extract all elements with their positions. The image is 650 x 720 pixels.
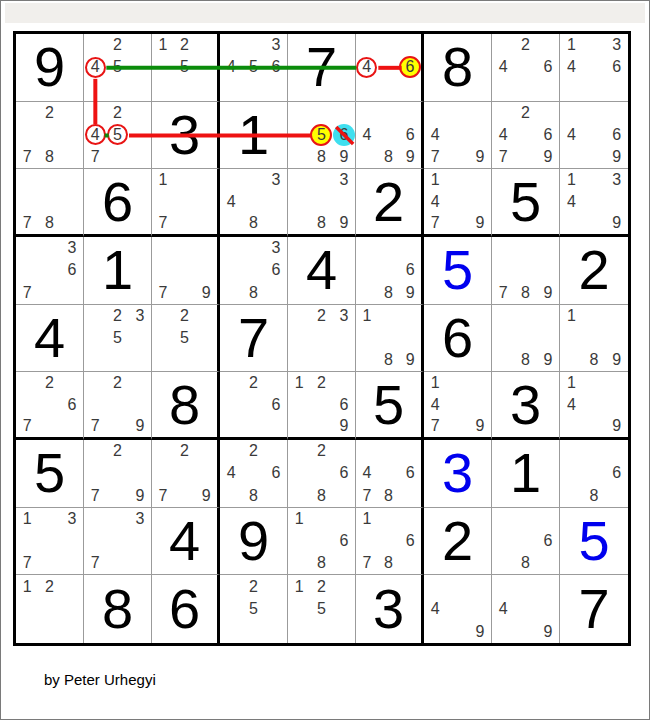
cell-r4c7[interactable]: 5: [424, 237, 492, 305]
candidate-7: [220, 484, 242, 506]
candidate-9: 9: [605, 415, 628, 437]
cell-r9c8[interactable]: 49: [492, 575, 560, 643]
candidate-6: [61, 124, 83, 146]
cell-r5c4[interactable]: 7: [220, 305, 288, 373]
candidate-4: [16, 124, 38, 146]
cell-r5c5[interactable]: 23: [288, 305, 356, 373]
cell-r7c5[interactable]: 268: [288, 440, 356, 508]
candidate-2: [583, 102, 606, 124]
candidate-1: [220, 34, 242, 56]
candidate-3: [537, 102, 559, 124]
candidate-3: 3: [129, 508, 151, 530]
cell-r9c4[interactable]: 25: [220, 575, 288, 643]
candidate-8: 8: [378, 484, 400, 506]
candidate-2: [38, 169, 60, 191]
cell-r7c1[interactable]: 5: [16, 440, 84, 508]
candidate-4: [356, 327, 378, 349]
candidate-6: 6: [399, 124, 421, 146]
candidate-7: 7: [16, 415, 38, 437]
candidate-2: 2: [106, 440, 128, 462]
candidate-5: 5: [107, 124, 128, 145]
cell-r2c6[interactable]: 4689: [356, 102, 424, 170]
candidate-3: [537, 237, 559, 259]
candidate-8: [242, 415, 264, 437]
solver-digit: 5: [560, 508, 628, 575]
pencil-marks: 1349: [560, 169, 628, 234]
candidate-2: [242, 34, 264, 56]
candidate-6: [129, 394, 151, 416]
cell-r2c5[interactable]: 5689: [288, 102, 356, 170]
candidate-8: 8: [38, 146, 60, 168]
candidate-7: [356, 146, 378, 168]
candidate-5: [583, 327, 606, 349]
candidate-9: [333, 484, 355, 506]
candidate-9: 9: [195, 281, 217, 303]
given-digit: 6: [424, 305, 491, 372]
candidate-2: 2: [514, 34, 536, 56]
candidate-2: [106, 508, 128, 530]
candidate-6: [195, 327, 217, 349]
candidate-1: [492, 34, 514, 56]
cell-r3c9[interactable]: 1349: [560, 169, 628, 237]
candidate-9: 9: [537, 349, 559, 371]
cell-r1c2[interactable]: 245: [84, 34, 152, 102]
candidate-1: [288, 102, 310, 124]
candidate-9: 9: [333, 212, 355, 234]
candidate-3: [605, 102, 628, 124]
candidate-6: [333, 327, 355, 349]
cell-r8c6[interactable]: 1678: [356, 508, 424, 576]
cell-r6c8[interactable]: 3: [492, 372, 560, 440]
pencil-marks: 268: [288, 440, 355, 507]
candidate-5: 5: [242, 598, 264, 621]
candidate-7: 7: [356, 552, 378, 574]
candidate-1: [560, 102, 583, 124]
cell-r3c2[interactable]: 6: [84, 169, 152, 237]
candidate-7: [492, 78, 514, 100]
candidate-2: [583, 372, 606, 394]
candidate-5: [583, 394, 606, 416]
candidate-6: [129, 530, 151, 552]
candidate-9: [265, 78, 287, 100]
given-digit: 9: [16, 34, 83, 101]
candidate-6: [469, 124, 491, 146]
candidate-9: 9: [469, 146, 491, 168]
given-digit: 2: [424, 508, 491, 575]
candidate-1: [356, 440, 378, 462]
candidate-3: 3: [129, 305, 151, 327]
candidate-7: [288, 146, 310, 168]
cell-r1c7[interactable]: 8: [424, 34, 492, 102]
candidate-8: [106, 349, 128, 371]
candidate-1: [84, 508, 106, 530]
candidate-2: [310, 169, 332, 191]
cell-r4c4[interactable]: 368: [220, 237, 288, 305]
sudoku-board: 9245125345674682461346278245731568946894…: [13, 31, 631, 646]
candidate-9: [265, 212, 287, 234]
candidate-7: [220, 212, 242, 234]
candidate-3: [469, 169, 491, 191]
candidate-7: [84, 78, 106, 100]
candidate-6: [129, 56, 151, 78]
cell-r1c8[interactable]: 246: [492, 34, 560, 102]
cell-r2c2[interactable]: 2457: [84, 102, 152, 170]
cell-r1c3[interactable]: 125: [152, 34, 220, 102]
cell-r6c9[interactable]: 149: [560, 372, 628, 440]
candidate-8: [514, 78, 536, 100]
candidate-4: 4: [220, 462, 242, 484]
candidate-2: 2: [242, 372, 264, 394]
candidate-8: [583, 212, 606, 234]
candidate-5: [583, 124, 606, 146]
candidate-4: [152, 56, 174, 78]
cell-r7c3[interactable]: 279: [152, 440, 220, 508]
cell-r3c8[interactable]: 5: [492, 169, 560, 237]
candidate-7: [220, 415, 242, 437]
candidate-3: [265, 440, 287, 462]
cell-r1c6[interactable]: 46: [356, 34, 424, 102]
cell-r5c2[interactable]: 235: [84, 305, 152, 373]
candidate-8: 8: [38, 212, 60, 234]
solver-digit: 3: [424, 440, 491, 507]
cell-r2c9[interactable]: 469: [560, 102, 628, 170]
pencil-marks: 479: [424, 102, 491, 169]
candidate-6: 6: [399, 530, 421, 552]
cell-r5c7[interactable]: 6: [424, 305, 492, 373]
candidate-3: [61, 575, 83, 598]
candidate-7: 7: [152, 212, 174, 234]
pencil-marks: 125: [152, 34, 217, 101]
candidate-5: [38, 191, 60, 213]
candidate-7: [152, 349, 174, 371]
candidate-9: 9: [605, 146, 628, 168]
candidate-2: [310, 102, 332, 124]
candidate-2: [242, 237, 264, 259]
candidate-5: [446, 598, 468, 621]
candidate-3: [537, 575, 559, 598]
cell-r9c2[interactable]: 8: [84, 575, 152, 643]
candidate-5: [38, 259, 60, 281]
candidate-5: [378, 259, 400, 281]
cell-r2c8[interactable]: 24679: [492, 102, 560, 170]
pencil-marks: 3456: [220, 34, 287, 101]
candidate-3: [61, 102, 83, 124]
candidate-1: [220, 440, 242, 462]
cell-r8c4[interactable]: 9: [220, 508, 288, 576]
pencil-marks: 1678: [356, 508, 421, 575]
cell-r8c5[interactable]: 168: [288, 508, 356, 576]
candidate-4: 4: [560, 124, 583, 146]
candidate-8: [514, 146, 536, 168]
candidate-8: 8: [514, 552, 536, 574]
candidate-2: 2: [38, 102, 60, 124]
cell-r5c3[interactable]: 25: [152, 305, 220, 373]
candidate-6: 6: [265, 56, 287, 78]
cell-r4c5[interactable]: 4: [288, 237, 356, 305]
candidate-4: 4: [356, 57, 377, 78]
candidate-6: [61, 598, 83, 621]
candidate-5: [310, 394, 332, 416]
candidate-9: 9: [537, 281, 559, 303]
cell-r8c3[interactable]: 4: [152, 508, 220, 576]
candidate-6: [195, 56, 217, 78]
given-digit: 2: [560, 237, 628, 304]
pencil-marks: 235: [84, 305, 151, 372]
candidate-4: 4: [560, 56, 583, 78]
cell-r9c3[interactable]: 6: [152, 575, 220, 643]
cell-r6c4[interactable]: 26: [220, 372, 288, 440]
cell-r4c6[interactable]: 689: [356, 237, 424, 305]
candidate-4: [492, 259, 514, 281]
given-digit: 1: [492, 440, 559, 507]
candidate-5: [378, 462, 400, 484]
candidate-7: 7: [16, 552, 38, 574]
candidate-2: [378, 508, 400, 530]
cell-r6c5[interactable]: 1269: [288, 372, 356, 440]
given-digit: 9: [220, 508, 287, 575]
candidate-4: 4: [424, 598, 446, 621]
cell-r5c9[interactable]: 189: [560, 305, 628, 373]
cell-r3c6[interactable]: 2: [356, 169, 424, 237]
cell-r4c3[interactable]: 79: [152, 237, 220, 305]
candidate-8: 8: [514, 281, 536, 303]
cell-r7c4[interactable]: 2468: [220, 440, 288, 508]
given-digit: 3: [356, 575, 421, 643]
candidate-2: 2: [174, 34, 196, 56]
candidate-6: 6: [265, 259, 287, 281]
candidate-1: 1: [356, 508, 378, 530]
candidate-1: [356, 34, 378, 56]
candidate-4: 4: [424, 124, 446, 146]
candidate-6: [333, 191, 355, 213]
candidate-1: 1: [356, 305, 378, 327]
candidate-8: [310, 620, 332, 643]
cell-r8c9[interactable]: 5: [560, 508, 628, 576]
pencil-marks: 189: [356, 305, 421, 372]
candidate-3: [399, 237, 421, 259]
cell-r9c9[interactable]: 7: [560, 575, 628, 643]
candidate-6: 6: [605, 56, 628, 78]
cell-r8c2[interactable]: 37: [84, 508, 152, 576]
candidate-5: [106, 394, 128, 416]
cell-r3c5[interactable]: 389: [288, 169, 356, 237]
candidate-6: [469, 394, 491, 416]
candidate-7: 7: [424, 212, 446, 234]
candidate-6: 6: [333, 394, 355, 416]
candidate-7: [84, 349, 106, 371]
candidate-2: 2: [106, 305, 128, 327]
candidate-1: [84, 305, 106, 327]
candidate-6: [537, 259, 559, 281]
candidate-4: 4: [492, 56, 514, 78]
candidate-5: 5: [310, 124, 332, 146]
given-digit: 6: [152, 575, 217, 643]
candidate-5: [583, 191, 606, 213]
pencil-marks: 278: [16, 102, 83, 169]
candidate-1: [424, 575, 446, 598]
candidate-7: [16, 620, 38, 643]
cell-r3c4[interactable]: 348: [220, 169, 288, 237]
candidate-9: [61, 281, 83, 303]
candidate-7: [288, 484, 310, 506]
candidate-6: 6: [61, 394, 83, 416]
candidate-2: [174, 169, 196, 191]
candidate-2: [378, 102, 400, 124]
given-digit: 1: [84, 237, 151, 304]
candidate-9: 9: [399, 146, 421, 168]
candidate-3: [537, 34, 559, 56]
candidate-7: [560, 78, 583, 100]
cell-r1c5[interactable]: 7: [288, 34, 356, 102]
cell-r9c5[interactable]: 125: [288, 575, 356, 643]
candidate-1: [492, 237, 514, 259]
given-digit: 8: [424, 34, 491, 101]
candidate-6: 6: [537, 56, 559, 78]
candidate-9: [537, 78, 559, 100]
candidate-9: 9: [333, 415, 355, 437]
candidate-1: [152, 237, 174, 259]
cell-r6c6[interactable]: 5: [356, 372, 424, 440]
candidate-6: [605, 327, 628, 349]
candidate-9: [195, 78, 217, 100]
cell-r9c7[interactable]: 49: [424, 575, 492, 643]
candidate-3: [195, 440, 217, 462]
candidate-4: [220, 394, 242, 416]
candidate-9: [61, 415, 83, 437]
pencil-marks: 68: [492, 508, 559, 575]
pencil-marks: 4689: [356, 102, 421, 169]
candidate-2: [446, 169, 468, 191]
pencil-marks: 1479: [424, 372, 491, 437]
candidate-5: [310, 327, 332, 349]
cell-r7c6[interactable]: 4678: [356, 440, 424, 508]
candidate-4: [84, 327, 106, 349]
candidate-6: 6: [537, 530, 559, 552]
candidate-9: [399, 78, 421, 100]
cell-r7c8[interactable]: 1: [492, 440, 560, 508]
candidate-5: [446, 191, 468, 213]
candidate-1: 1: [152, 34, 174, 56]
candidate-3: 3: [265, 237, 287, 259]
cell-r5c6[interactable]: 189: [356, 305, 424, 373]
cell-r2c1[interactable]: 278: [16, 102, 84, 170]
cell-r2c4[interactable]: 1: [220, 102, 288, 170]
cell-r9c6[interactable]: 3: [356, 575, 424, 643]
pencil-marks: 1269: [288, 372, 355, 437]
candidate-7: 7: [492, 146, 514, 168]
candidate-2: [378, 305, 400, 327]
cell-r4c2[interactable]: 1: [84, 237, 152, 305]
candidate-8: 8: [310, 484, 332, 506]
candidate-1: [560, 440, 583, 462]
candidate-1: [220, 575, 242, 598]
cell-r7c2[interactable]: 279: [84, 440, 152, 508]
candidate-6: [399, 327, 421, 349]
candidate-4: 4: [85, 124, 106, 145]
candidate-3: [195, 169, 217, 191]
cell-r7c9[interactable]: 68: [560, 440, 628, 508]
pencil-marks: 46: [356, 34, 421, 101]
pencil-marks: 1346: [560, 34, 628, 101]
candidate-9: 9: [605, 349, 628, 371]
candidate-7: 7: [492, 281, 514, 303]
candidate-3: 3: [61, 508, 83, 530]
candidate-8: [310, 349, 332, 371]
cell-r4c8[interactable]: 789: [492, 237, 560, 305]
cell-r1c1[interactable]: 9: [16, 34, 84, 102]
candidate-9: [399, 552, 421, 574]
candidate-2: [446, 102, 468, 124]
candidate-9: [333, 349, 355, 371]
candidate-2: [38, 237, 60, 259]
given-digit: 1: [220, 102, 287, 169]
cell-r5c8[interactable]: 89: [492, 305, 560, 373]
candidate-5: [242, 259, 264, 281]
cell-r6c2[interactable]: 279: [84, 372, 152, 440]
candidate-6: [61, 530, 83, 552]
cell-r6c3[interactable]: 8: [152, 372, 220, 440]
cell-r3c1[interactable]: 78: [16, 169, 84, 237]
cell-r8c1[interactable]: 137: [16, 508, 84, 576]
candidate-9: [265, 281, 287, 303]
cell-r6c1[interactable]: 267: [16, 372, 84, 440]
cell-r2c7[interactable]: 479: [424, 102, 492, 170]
cell-r8c7[interactable]: 2: [424, 508, 492, 576]
cell-r4c1[interactable]: 367: [16, 237, 84, 305]
given-digit: 4: [16, 305, 83, 372]
candidate-1: [152, 440, 174, 462]
candidate-9: 9: [469, 212, 491, 234]
pencil-marks: 789: [492, 237, 559, 304]
cell-r6c7[interactable]: 1479: [424, 372, 492, 440]
candidate-3: [61, 169, 83, 191]
pencil-marks: 49: [424, 575, 491, 643]
cell-r9c1[interactable]: 12: [16, 575, 84, 643]
candidate-5: [38, 598, 60, 621]
candidate-5: [310, 530, 332, 552]
candidate-7: [220, 281, 242, 303]
candidate-8: 8: [242, 281, 264, 303]
candidate-6: [333, 598, 355, 621]
candidate-5: [583, 56, 606, 78]
candidate-4: 4: [220, 56, 242, 78]
cell-r8c8[interactable]: 68: [492, 508, 560, 576]
cell-r1c9[interactable]: 1346: [560, 34, 628, 102]
candidate-1: [288, 169, 310, 191]
candidate-5: [378, 124, 400, 146]
candidate-7: [152, 78, 174, 100]
candidate-8: [446, 415, 468, 437]
cell-r5c1[interactable]: 4: [16, 305, 84, 373]
candidate-5: [310, 462, 332, 484]
cell-r1c4[interactable]: 3456: [220, 34, 288, 102]
cell-r4c9[interactable]: 2: [560, 237, 628, 305]
candidate-5: [38, 530, 60, 552]
cell-r3c7[interactable]: 1479: [424, 169, 492, 237]
pencil-marks: 23: [288, 305, 355, 372]
candidate-5: [514, 124, 536, 146]
cell-r3c3[interactable]: 17: [152, 169, 220, 237]
candidate-9: 9: [399, 281, 421, 303]
candidate-5: 5: [106, 56, 128, 78]
candidate-4: [16, 259, 38, 281]
candidate-4: [152, 259, 174, 281]
cell-r2c3[interactable]: 3: [152, 102, 220, 170]
candidate-2: [583, 305, 606, 327]
candidate-9: [61, 552, 83, 574]
candidate-9: [265, 415, 287, 437]
cell-r7c7[interactable]: 3: [424, 440, 492, 508]
